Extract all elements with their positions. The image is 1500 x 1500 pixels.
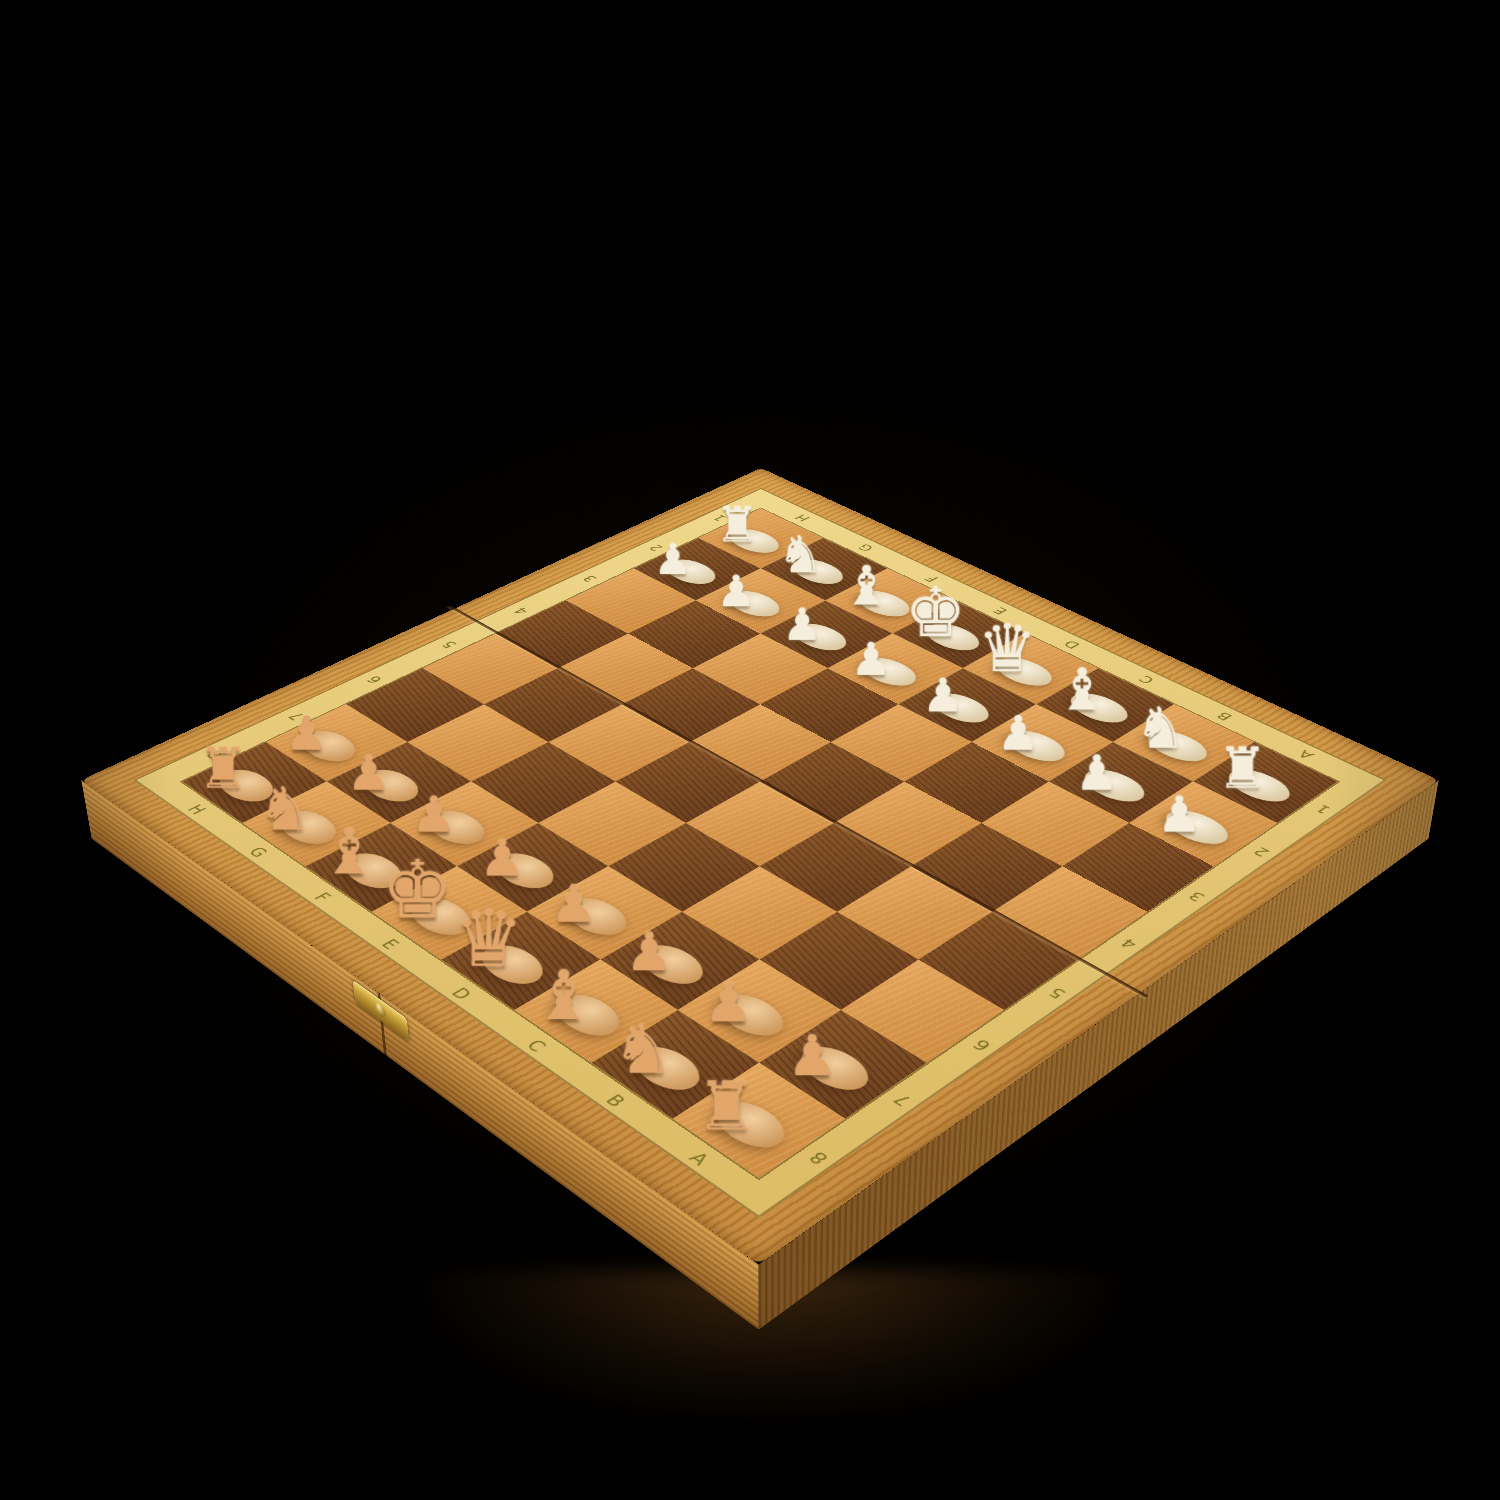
coordinate-rail: ♜♞♝♚♛♝♞♜♟♟♟♟♟♟♟♟♟♟♟♟♟♟♟♟♜♞♝♚♛♝♞♜ HGFEDCB…: [134, 488, 1387, 1218]
piece-black-knight[interactable]: ♞: [613, 1015, 674, 1083]
rank-label-right-6: 6: [968, 1037, 995, 1055]
file-label-bottom-C: C: [522, 1036, 551, 1054]
clasp-pin-icon: [375, 1001, 386, 1020]
piece-white-pawn[interactable]: ♟: [654, 538, 692, 581]
piece-black-king[interactable]: ♚: [382, 849, 454, 929]
rank-label-right-3: 3: [1184, 889, 1209, 904]
file-label-bottom-E: E: [377, 936, 404, 952]
piece-white-pawn[interactable]: ♟: [851, 636, 892, 681]
piece-white-pawn[interactable]: ♟: [782, 602, 822, 646]
file-label-bottom-H: H: [183, 802, 210, 817]
piece-black-pawn[interactable]: ♟: [286, 709, 328, 756]
file-label-top-A: A: [1294, 748, 1317, 761]
piece-black-pawn[interactable]: ♟: [551, 877, 598, 929]
piece-white-pawn[interactable]: ♟: [1157, 789, 1201, 839]
rank-label-left-6: 6: [362, 674, 386, 686]
file-label-bottom-B: B: [601, 1091, 631, 1110]
piece-white-pawn[interactable]: ♟: [1075, 748, 1118, 796]
file-label-top-H: H: [791, 513, 813, 523]
rank-label-right-2: 2: [1249, 845, 1273, 860]
piece-black-rook[interactable]: ♜: [697, 1073, 758, 1141]
piece-black-pawn[interactable]: ♟: [412, 789, 456, 839]
piece-white-queen[interactable]: ♛: [978, 615, 1037, 681]
piece-white-bishop[interactable]: ♝: [1056, 660, 1108, 718]
piece-white-pawn[interactable]: ♟: [922, 672, 964, 718]
file-label-top-C: C: [1135, 674, 1158, 686]
board-frame: ♜♞♝♚♛♝♞♜♟♟♟♟♟♟♟♟♟♟♟♟♟♟♟♟♜♞♝♚♛♝♞♜ HGFEDCB…: [81, 468, 1439, 1265]
piece-black-bishop[interactable]: ♝: [321, 819, 378, 883]
piece-white-pawn[interactable]: ♟: [717, 569, 756, 612]
file-label-bottom-G: G: [245, 844, 273, 860]
scene: ♜♞♝♚♛♝♞♜♟♟♟♟♟♟♟♟♟♟♟♟♟♟♟♟♜♞♝♚♛♝♞♜ HGFEDCB…: [0, 0, 1500, 1500]
piece-white-knight[interactable]: ♞: [1135, 699, 1186, 756]
piece-black-bishop[interactable]: ♝: [533, 961, 594, 1030]
piece-white-pawn[interactable]: ♟: [997, 709, 1039, 756]
board-grid: ♜♞♝♚♛♝♞♜♟♟♟♟♟♟♟♟♟♟♟♟♟♟♟♟♜♞♝♚♛♝♞♜: [180, 507, 1341, 1180]
piece-white-rook[interactable]: ♜: [716, 501, 760, 550]
file-label-bottom-A: A: [684, 1148, 714, 1168]
rank-label-left-4: 4: [510, 606, 532, 617]
photo-stage: ♜♞♝♚♛♝♞♜♟♟♟♟♟♟♟♟♟♟♟♟♟♟♟♟♜♞♝♚♛♝♞♜ HGFEDCB…: [0, 0, 1500, 1500]
file-label-bottom-F: F: [310, 889, 336, 904]
piece-white-rook[interactable]: ♜: [1217, 740, 1268, 797]
rank-label-right-7: 7: [888, 1091, 916, 1110]
file-label-top-G: G: [854, 542, 876, 553]
rank-label-right-5: 5: [1044, 985, 1070, 1002]
rank-label-right-1: 1: [1311, 802, 1334, 816]
piece-black-pawn[interactable]: ♟: [480, 832, 526, 883]
rank-label-left-5: 5: [438, 639, 461, 650]
file-label-bottom-D: D: [447, 984, 477, 1002]
piece-black-pawn[interactable]: ♟: [787, 1027, 837, 1083]
piece-black-knight[interactable]: ♞: [258, 779, 312, 839]
file-label-top-D: D: [1060, 638, 1083, 650]
piece-white-knight[interactable]: ♞: [778, 529, 824, 580]
piece-black-queen[interactable]: ♛: [454, 900, 524, 978]
rank-label-left-3: 3: [579, 573, 601, 584]
piece-white-bishop[interactable]: ♝: [842, 558, 891, 612]
piece-black-pawn[interactable]: ♟: [704, 974, 753, 1029]
chess-board: ♜♞♝♚♛♝♞♜♟♟♟♟♟♟♟♟♟♟♟♟♟♟♟♟♜♞♝♚♛♝♞♜ HGFEDCB…: [81, 468, 1439, 1265]
piece-black-pawn[interactable]: ♟: [626, 924, 674, 977]
rank-label-right-8: 8: [804, 1148, 833, 1168]
file-label-top-B: B: [1213, 710, 1236, 723]
rank-label-right-4: 4: [1116, 936, 1141, 952]
piece-white-king[interactable]: ♚: [905, 578, 966, 646]
piece-black-rook[interactable]: ♜: [198, 740, 249, 797]
piece-black-pawn[interactable]: ♟: [347, 748, 390, 796]
